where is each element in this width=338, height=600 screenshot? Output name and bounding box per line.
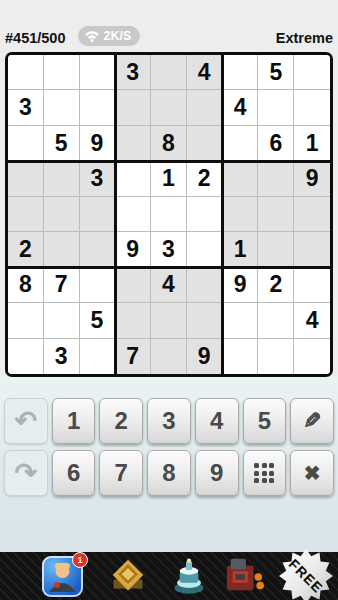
cell-r1c2[interactable]: [44, 55, 80, 90]
undo-button[interactable]: ↶: [4, 398, 48, 444]
digit-button-7[interactable]: 7: [99, 450, 143, 496]
pencil-mode-button[interactable]: ✎: [290, 398, 334, 444]
cell-r7c9[interactable]: [294, 268, 330, 303]
cell-r7c1[interactable]: 8: [8, 268, 44, 303]
machine-icon: [222, 556, 266, 596]
ad-banner: 1: [0, 552, 338, 600]
cell-r5c3[interactable]: [80, 197, 116, 232]
cell-r2c8[interactable]: [258, 90, 294, 125]
cell-r3c9[interactable]: 1: [294, 126, 330, 161]
cell-r9c4[interactable]: 7: [115, 339, 151, 374]
cell-r6c5[interactable]: 3: [151, 232, 187, 267]
cell-r3c5[interactable]: 8: [151, 126, 187, 161]
cell-r3c2[interactable]: 5: [44, 126, 80, 161]
cell-r3c1[interactable]: [8, 126, 44, 161]
cell-r9c1[interactable]: [8, 339, 44, 374]
header-bar: #451/500 2K/S Extreme: [0, 0, 338, 52]
cell-r2c4[interactable]: [115, 90, 151, 125]
cell-r7c7[interactable]: 9: [223, 268, 259, 303]
difficulty-label: Extreme: [276, 30, 333, 46]
ad-app-icon-machine[interactable]: [222, 556, 266, 596]
cell-r8c4[interactable]: [115, 303, 151, 338]
network-pill: 2K/S: [78, 26, 140, 46]
cell-r9c2[interactable]: 3: [44, 339, 80, 374]
tower-icon: [172, 556, 206, 596]
cell-r6c4[interactable]: 9: [115, 232, 151, 267]
digit-button-1[interactable]: 1: [52, 398, 96, 444]
free-badge[interactable]: FREE: [279, 549, 333, 600]
undo-icon: ↶: [15, 405, 38, 437]
cell-r1c4[interactable]: 3: [115, 55, 151, 90]
cell-r2c2[interactable]: [44, 90, 80, 125]
cell-r3c3[interactable]: 9: [80, 126, 116, 161]
box-divider-horizontal-1: [8, 160, 330, 163]
clear-x-icon: ✖: [304, 461, 321, 485]
cell-r7c4[interactable]: [115, 268, 151, 303]
digit-button-5[interactable]: 5: [243, 398, 287, 444]
digit-button-2[interactable]: 2: [99, 398, 143, 444]
keypad-row-2: ↷ 6 7 8 9 ✖: [4, 450, 334, 496]
top-section: #451/500 2K/S Extreme 345345986131292931…: [0, 0, 338, 377]
box-divider-horizontal-2: [8, 266, 330, 269]
cell-r6c6[interactable]: [187, 232, 223, 267]
cell-r1c9[interactable]: [294, 55, 330, 90]
keypad-row-1: ↶ 1 2 3 4 5 ✎: [4, 398, 334, 444]
cell-r1c8[interactable]: 5: [258, 55, 294, 90]
cell-r5c6[interactable]: [187, 197, 223, 232]
cell-r1c7[interactable]: [223, 55, 259, 90]
cell-r5c7[interactable]: [223, 197, 259, 232]
cell-r8c7[interactable]: [223, 303, 259, 338]
cell-r4c1[interactable]: [8, 161, 44, 196]
cell-r8c6[interactable]: [187, 303, 223, 338]
cell-r4c9[interactable]: 9: [294, 161, 330, 196]
cell-r8c8[interactable]: [258, 303, 294, 338]
redo-button[interactable]: ↷: [4, 450, 48, 496]
cell-r2c6[interactable]: [187, 90, 223, 125]
cell-r9c9[interactable]: [294, 339, 330, 374]
cell-r4c6[interactable]: 2: [187, 161, 223, 196]
digit-button-6[interactable]: 6: [52, 450, 96, 496]
digit-button-8[interactable]: 8: [147, 450, 191, 496]
cell-r9c3[interactable]: [80, 339, 116, 374]
pencil-icon: ✎: [303, 408, 321, 434]
cell-r9c5[interactable]: [151, 339, 187, 374]
box-divider-vertical-1: [114, 55, 117, 374]
cell-r4c5[interactable]: 1: [151, 161, 187, 196]
cell-r2c9[interactable]: [294, 90, 330, 125]
cell-r1c1[interactable]: [8, 55, 44, 90]
cell-r8c2[interactable]: [44, 303, 80, 338]
cell-r7c8[interactable]: 2: [258, 268, 294, 303]
sudoku-board: 3453459861312929318749254379: [5, 52, 333, 377]
cell-r8c9[interactable]: 4: [294, 303, 330, 338]
free-starburst-icon: FREE: [279, 549, 333, 600]
cell-r6c3[interactable]: [80, 232, 116, 267]
cell-r3c6[interactable]: [187, 126, 223, 161]
cell-r7c2[interactable]: 7: [44, 268, 80, 303]
erase-button[interactable]: ✖: [290, 450, 334, 496]
cell-r5c9[interactable]: [294, 197, 330, 232]
digit-button-9[interactable]: 9: [195, 450, 239, 496]
network-speed-label: 2K/S: [103, 29, 131, 43]
cell-r5c2[interactable]: [44, 197, 80, 232]
cell-r1c6[interactable]: 4: [187, 55, 223, 90]
cell-r8c1[interactable]: [8, 303, 44, 338]
puzzle-counter: #451/500: [5, 30, 65, 46]
cell-r1c3[interactable]: [80, 55, 116, 90]
keypad-section: ↶ 1 2 3 4 5 ✎ ↷ 6 7 8 9 ✖: [0, 377, 338, 552]
cell-r6c8[interactable]: [258, 232, 294, 267]
cell-r8c3[interactable]: 5: [80, 303, 116, 338]
cell-r3c4[interactable]: [115, 126, 151, 161]
digit-button-3[interactable]: 3: [147, 398, 191, 444]
cell-r5c4[interactable]: [115, 197, 151, 232]
cell-r7c3[interactable]: [80, 268, 116, 303]
ad-app-icon-character[interactable]: 1: [42, 556, 83, 597]
cell-r4c4[interactable]: [115, 161, 151, 196]
cell-r9c6[interactable]: 9: [187, 339, 223, 374]
cell-r4c8[interactable]: [258, 161, 294, 196]
cell-r6c1[interactable]: 2: [8, 232, 44, 267]
box-divider-vertical-2: [221, 55, 224, 374]
cell-r7c6[interactable]: [187, 268, 223, 303]
cell-r7c5[interactable]: 4: [151, 268, 187, 303]
cell-r2c1[interactable]: 3: [8, 90, 44, 125]
cell-r2c7[interactable]: 4: [223, 90, 259, 125]
wifi-icon: [85, 31, 99, 42]
ad-app-icon-tower[interactable]: [172, 556, 206, 596]
cell-r2c3[interactable]: [80, 90, 116, 125]
cell-r1c5[interactable]: [151, 55, 187, 90]
cell-r3c7[interactable]: [223, 126, 259, 161]
cell-r2c5[interactable]: [151, 90, 187, 125]
cell-r6c9[interactable]: [294, 232, 330, 267]
cell-r9c8[interactable]: [258, 339, 294, 374]
fortress-icon: [110, 557, 146, 595]
redo-icon: ↷: [15, 457, 38, 489]
cell-r4c3[interactable]: 3: [80, 161, 116, 196]
cell-r6c2[interactable]: [44, 232, 80, 267]
sudoku-grid: 3453459861312929318749254379: [8, 55, 330, 374]
cell-r4c7[interactable]: [223, 161, 259, 196]
cell-r5c1[interactable]: [8, 197, 44, 232]
candidates-button[interactable]: [243, 450, 287, 496]
sudoku-app: #451/500 2K/S Extreme 345345986131292931…: [0, 0, 338, 600]
digit-button-4[interactable]: 4: [195, 398, 239, 444]
notification-badge: 1: [72, 552, 88, 568]
cell-r9c7[interactable]: [223, 339, 259, 374]
cell-r5c8[interactable]: [258, 197, 294, 232]
ad-app-icon-fortress[interactable]: [110, 557, 146, 595]
dots-grid-icon: [254, 463, 274, 483]
cell-r5c5[interactable]: [151, 197, 187, 232]
cell-r8c5[interactable]: [151, 303, 187, 338]
cell-r4c2[interactable]: [44, 161, 80, 196]
cell-r3c8[interactable]: 6: [258, 126, 294, 161]
keypad: ↶ 1 2 3 4 5 ✎ ↷ 6 7 8 9 ✖: [0, 377, 338, 496]
cell-r6c7[interactable]: 1: [223, 232, 259, 267]
